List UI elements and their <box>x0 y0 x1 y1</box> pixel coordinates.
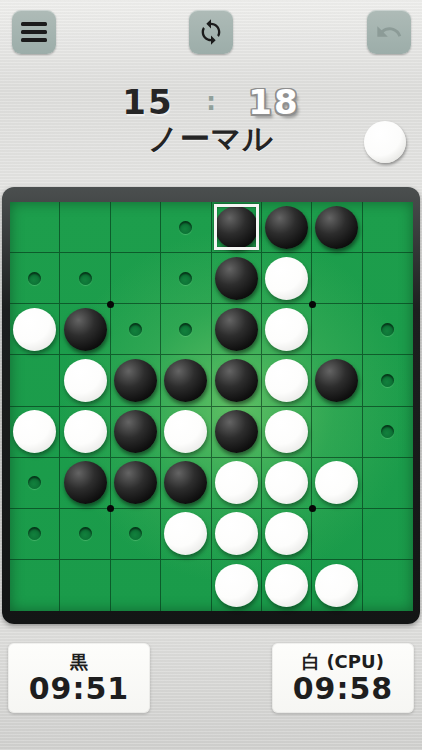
legal-move-dot <box>381 425 394 438</box>
black-clock-time: 09:51 <box>29 673 130 705</box>
cell-f5[interactable] <box>262 407 312 458</box>
undo-arrow-icon <box>375 18 403 46</box>
black-stone <box>64 308 107 351</box>
black-stone <box>114 410 157 453</box>
cell-a3[interactable] <box>10 304 60 355</box>
cell-e8[interactable] <box>212 560 262 611</box>
white-stone <box>265 308 308 351</box>
cell-c4[interactable] <box>111 355 161 406</box>
white-stone <box>164 512 207 555</box>
cell-b8[interactable] <box>60 560 110 611</box>
black-clock-label: 黒 <box>70 651 88 673</box>
black-stone <box>164 461 207 504</box>
white-stone <box>215 564 258 607</box>
black-stone <box>114 461 157 504</box>
legal-move-dot <box>179 221 192 234</box>
turn-indicator-stone <box>364 121 406 163</box>
black-stone <box>315 359 358 402</box>
undo-button[interactable] <box>367 10 411 54</box>
cell-c1[interactable] <box>111 202 161 253</box>
cell-b4[interactable] <box>60 355 110 406</box>
cell-c7[interactable] <box>111 509 161 560</box>
legal-move-dot <box>129 527 142 540</box>
cell-b6[interactable] <box>60 458 110 509</box>
cell-h7[interactable] <box>363 509 413 560</box>
cell-f1[interactable] <box>262 202 312 253</box>
white-stone <box>265 410 308 453</box>
white-stone <box>64 359 107 402</box>
cell-g4[interactable] <box>312 355 362 406</box>
cell-a6[interactable] <box>10 458 60 509</box>
white-clock-time: 09:58 <box>293 673 394 705</box>
cell-d1[interactable] <box>161 202 211 253</box>
cell-f3[interactable] <box>262 304 312 355</box>
cell-b3[interactable] <box>60 304 110 355</box>
cell-c3[interactable] <box>111 304 161 355</box>
cell-b7[interactable] <box>60 509 110 560</box>
white-stone <box>164 410 207 453</box>
black-clock: 黒 09:51 <box>8 643 150 713</box>
white-stone <box>265 564 308 607</box>
black-stone <box>215 257 258 300</box>
white-stone <box>13 308 56 351</box>
cell-d7[interactable] <box>161 509 211 560</box>
board-frame <box>2 187 420 624</box>
legal-move-dot <box>179 272 192 285</box>
star-point <box>309 505 316 512</box>
cell-f7[interactable] <box>262 509 312 560</box>
cell-g1[interactable] <box>312 202 362 253</box>
white-stone <box>265 512 308 555</box>
cell-h1[interactable] <box>363 202 413 253</box>
cell-c5[interactable] <box>111 407 161 458</box>
cell-e6[interactable] <box>212 458 262 509</box>
cell-d6[interactable] <box>161 458 211 509</box>
white-stone <box>315 564 358 607</box>
black-stone <box>114 359 157 402</box>
legal-move-dot <box>79 527 92 540</box>
restart-button[interactable] <box>189 10 233 54</box>
legal-move-dot <box>28 272 41 285</box>
white-stone <box>265 461 308 504</box>
white-clock-label: 白 (CPU) <box>302 651 384 673</box>
cell-d8[interactable] <box>161 560 211 611</box>
legal-move-dot <box>28 527 41 540</box>
cell-h2[interactable] <box>363 253 413 304</box>
cell-h4[interactable] <box>363 355 413 406</box>
cell-h3[interactable] <box>363 304 413 355</box>
cell-e1[interactable] <box>212 202 262 253</box>
cell-d5[interactable] <box>161 407 211 458</box>
white-stone <box>315 461 358 504</box>
legal-move-dot <box>129 323 142 336</box>
cell-d2[interactable] <box>161 253 211 304</box>
cell-h6[interactable] <box>363 458 413 509</box>
white-stone <box>265 359 308 402</box>
cell-h5[interactable] <box>363 407 413 458</box>
black-stone <box>265 206 308 249</box>
mode-label: ノーマル <box>0 119 422 160</box>
cell-h8[interactable] <box>363 560 413 611</box>
black-stone <box>215 308 258 351</box>
score-row: 15 : 18 <box>0 82 422 122</box>
last-move-highlight <box>214 204 259 250</box>
menu-button[interactable] <box>12 10 56 54</box>
cell-b2[interactable] <box>60 253 110 304</box>
cell-a4[interactable] <box>10 355 60 406</box>
cell-c2[interactable] <box>111 253 161 304</box>
cell-e7[interactable] <box>212 509 262 560</box>
legal-move-dot <box>28 476 41 489</box>
white-clock: 白 (CPU) 09:58 <box>272 643 414 713</box>
cell-e3[interactable] <box>212 304 262 355</box>
cell-e4[interactable] <box>212 355 262 406</box>
restart-sync-icon <box>197 18 225 46</box>
legal-move-dot <box>381 323 394 336</box>
white-stone <box>13 410 56 453</box>
black-stone <box>164 359 207 402</box>
app-screen: 15 : 18 ノーマル 黒 09:51 白 (CPU) 09:58 <box>0 0 422 750</box>
cell-a8[interactable] <box>10 560 60 611</box>
cell-f2[interactable] <box>262 253 312 304</box>
white-stone <box>215 512 258 555</box>
black-stone <box>215 359 258 402</box>
board <box>10 202 413 611</box>
cell-d3[interactable] <box>161 304 211 355</box>
cell-g7[interactable] <box>312 509 362 560</box>
cell-g8[interactable] <box>312 560 362 611</box>
cell-g6[interactable] <box>312 458 362 509</box>
cell-f6[interactable] <box>262 458 312 509</box>
cell-c8[interactable] <box>111 560 161 611</box>
black-stone <box>64 461 107 504</box>
black-stone <box>215 410 258 453</box>
cell-a5[interactable] <box>10 407 60 458</box>
legal-move-dot <box>179 323 192 336</box>
cell-g3[interactable] <box>312 304 362 355</box>
cell-d4[interactable] <box>161 355 211 406</box>
cell-g2[interactable] <box>312 253 362 304</box>
cell-g5[interactable] <box>312 407 362 458</box>
cell-f8[interactable] <box>262 560 312 611</box>
cell-a2[interactable] <box>10 253 60 304</box>
cell-a1[interactable] <box>10 202 60 253</box>
legal-move-dot <box>381 374 394 387</box>
white-stone <box>215 461 258 504</box>
cell-e5[interactable] <box>212 407 262 458</box>
star-point <box>107 301 114 308</box>
hamburger-menu-icon <box>21 22 47 42</box>
score-separator: : <box>194 88 228 116</box>
white-score: 18 <box>228 82 320 122</box>
cell-c6[interactable] <box>111 458 161 509</box>
cell-e2[interactable] <box>212 253 262 304</box>
legal-move-dot <box>79 272 92 285</box>
white-stone <box>64 410 107 453</box>
black-stone <box>315 206 358 249</box>
cell-b5[interactable] <box>60 407 110 458</box>
star-point <box>309 301 316 308</box>
cell-b1[interactable] <box>60 202 110 253</box>
cell-a7[interactable] <box>10 509 60 560</box>
white-stone <box>265 257 308 300</box>
cell-f4[interactable] <box>262 355 312 406</box>
black-score: 15 <box>102 82 194 122</box>
